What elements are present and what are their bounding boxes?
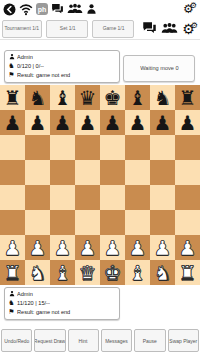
black-knight: ♞ xyxy=(150,85,175,110)
white-queen: ♛ xyxy=(75,260,100,285)
profile-icon[interactable] xyxy=(86,3,97,15)
black-knight-icon: ♞ xyxy=(8,63,15,70)
undo-redo-button[interactable]: Undo/Redo xyxy=(1,329,32,352)
black-pawn: ♟ xyxy=(150,110,175,135)
white-rook: ♜ xyxy=(0,260,25,285)
white-pawn: ♟ xyxy=(50,235,75,260)
black-pawn: ♟ xyxy=(50,110,75,135)
white-pawn: ♟ xyxy=(100,235,125,260)
square-e2[interactable]: ♟ xyxy=(100,235,125,260)
top-player-card: Admin ♞ 0/120 | 0/-- ⚑ Result: game not … xyxy=(4,50,120,83)
black-pawn: ♟ xyxy=(125,110,150,135)
square-d1[interactable]: ♛ xyxy=(75,260,100,285)
white-knight: ♞ xyxy=(25,260,50,285)
top-player-time-line: ♞ 0/120 | 0/-- xyxy=(8,62,116,71)
square-d5[interactable] xyxy=(75,160,100,185)
square-f2[interactable]: ♟ xyxy=(125,235,150,260)
flag-icon-2: ⚑ xyxy=(8,309,15,316)
white-pawn: ♟ xyxy=(75,235,100,260)
square-d4[interactable] xyxy=(75,185,100,210)
square-f3[interactable] xyxy=(125,210,150,235)
chess-board: ♜♞♝♛♚♝♞♜♟♟♟♟♟♟♟♟♟♟♟♟♟♟♟♟♜♞♝♛♚♝♞♜ xyxy=(0,85,200,285)
player-icon-2 xyxy=(8,290,15,299)
square-h2[interactable]: ♟ xyxy=(175,235,200,260)
players-group-icon[interactable] xyxy=(67,3,83,15)
white-king: ♚ xyxy=(100,260,125,285)
white-knight: ♞ xyxy=(150,260,175,285)
white-pawn: ♟ xyxy=(25,235,50,260)
square-b6[interactable] xyxy=(25,135,50,160)
square-a8[interactable]: ♜ xyxy=(0,85,25,110)
nav-bar: Tournament 1/1 Set 1/1 Game 1/1 ⚙⚙ xyxy=(0,18,200,40)
black-knight: ♞ xyxy=(25,85,50,110)
square-h6[interactable] xyxy=(175,135,200,160)
flag-icon: ⚑ xyxy=(8,72,15,79)
square-g2[interactable]: ♟ xyxy=(150,235,175,260)
swap-player-button[interactable]: Swap Player xyxy=(168,329,199,352)
square-e5[interactable] xyxy=(100,160,125,185)
square-c3[interactable] xyxy=(50,210,75,235)
square-b4[interactable] xyxy=(25,185,50,210)
black-pawn: ♟ xyxy=(175,110,200,135)
white-bishop: ♝ xyxy=(125,260,150,285)
square-h4[interactable] xyxy=(175,185,200,210)
black-pawn: ♟ xyxy=(75,110,100,135)
black-pawn: ♟ xyxy=(25,110,50,135)
bottom-player-time-line: ♞ 11/120 | 15/-- xyxy=(8,299,116,308)
square-g5[interactable] xyxy=(150,160,175,185)
square-h3[interactable] xyxy=(175,210,200,235)
white-pawn: ♟ xyxy=(125,235,150,260)
square-b1[interactable]: ♞ xyxy=(25,260,50,285)
action-bar: Undo/Redo Request Draw Hint Messages Pau… xyxy=(1,329,199,352)
square-h7[interactable]: ♟ xyxy=(175,110,200,135)
hint-button[interactable]: Hint xyxy=(68,329,99,352)
square-g6[interactable] xyxy=(150,135,175,160)
black-rook: ♜ xyxy=(175,85,200,110)
black-pawn: ♟ xyxy=(0,110,25,135)
bottom-player-name: Admin xyxy=(17,291,33,297)
player-icon xyxy=(8,53,15,62)
square-c1[interactable]: ♝ xyxy=(50,260,75,285)
settings-gear-icon-2[interactable]: ⚙⚙ xyxy=(182,23,198,35)
square-e7[interactable]: ♟ xyxy=(100,110,125,135)
settings-gears-icon[interactable]: ⚙⚙ xyxy=(183,3,197,15)
square-b3[interactable] xyxy=(25,210,50,235)
square-e1[interactable]: ♚ xyxy=(100,260,125,285)
waiting-move-button[interactable]: Waiting move 0 xyxy=(123,55,195,82)
square-e8[interactable]: ♚ xyxy=(100,85,125,110)
square-g7[interactable]: ♟ xyxy=(150,110,175,135)
black-knight-icon-2: ♞ xyxy=(8,300,15,307)
set-button[interactable]: Set 1/1 xyxy=(46,20,88,38)
square-b5[interactable] xyxy=(25,160,50,185)
black-pawn: ♟ xyxy=(100,110,125,135)
white-rook: ♜ xyxy=(175,260,200,285)
square-g8[interactable]: ♞ xyxy=(150,85,175,110)
top-player-result: Result: game not end xyxy=(17,72,70,78)
square-e3[interactable] xyxy=(100,210,125,235)
square-d8[interactable]: ♛ xyxy=(75,85,100,110)
square-c7[interactable]: ♟ xyxy=(50,110,75,135)
square-e4[interactable] xyxy=(100,185,125,210)
square-d2[interactable]: ♟ xyxy=(75,235,100,260)
square-a2[interactable]: ♟ xyxy=(0,235,25,260)
square-f4[interactable] xyxy=(125,185,150,210)
bottom-player-name-line: Admin xyxy=(8,290,116,299)
square-h5[interactable] xyxy=(175,160,200,185)
square-c4[interactable] xyxy=(50,185,75,210)
top-player-result-line: ⚑ Result: game not end xyxy=(8,71,116,80)
square-f8[interactable]: ♝ xyxy=(125,85,150,110)
white-pawn: ♟ xyxy=(150,235,175,260)
black-rook: ♜ xyxy=(0,85,25,110)
white-pawn: ♟ xyxy=(0,235,25,260)
top-toolbar: ph ⚙⚙ xyxy=(0,0,200,18)
wifi-icon[interactable] xyxy=(19,3,33,16)
square-a4[interactable] xyxy=(0,185,25,210)
app-logo-icon[interactable]: ph xyxy=(36,3,48,15)
square-h1[interactable]: ♜ xyxy=(175,260,200,285)
black-king: ♚ xyxy=(100,85,125,110)
chat-icon[interactable] xyxy=(51,3,64,16)
square-a5[interactable] xyxy=(0,160,25,185)
black-queen: ♛ xyxy=(75,85,100,110)
players-group-icon-2[interactable] xyxy=(161,22,178,35)
pause-button[interactable]: Pause xyxy=(134,329,165,352)
request-draw-button[interactable]: Request Draw xyxy=(34,329,65,352)
square-f7[interactable]: ♟ xyxy=(125,110,150,135)
square-b8[interactable]: ♞ xyxy=(25,85,50,110)
square-b2[interactable]: ♟ xyxy=(25,235,50,260)
tournament-button[interactable]: Tournament 1/1 xyxy=(2,20,42,38)
square-a1[interactable]: ♜ xyxy=(0,260,25,285)
white-pawn: ♟ xyxy=(175,235,200,260)
bottom-player-card: Admin ♞ 11/120 | 15/-- ⚑ Result: game no… xyxy=(4,287,120,320)
square-d6[interactable] xyxy=(75,135,100,160)
square-c8[interactable]: ♝ xyxy=(50,85,75,110)
square-g4[interactable] xyxy=(150,185,175,210)
square-d7[interactable]: ♟ xyxy=(75,110,100,135)
square-f5[interactable] xyxy=(125,160,150,185)
square-d3[interactable] xyxy=(75,210,100,235)
square-b7[interactable]: ♟ xyxy=(25,110,50,135)
square-a3[interactable] xyxy=(0,210,25,235)
bottom-player-result: Result: game not end xyxy=(17,309,70,315)
top-player-time: 0/120 | 0/-- xyxy=(17,63,44,69)
square-g1[interactable]: ♞ xyxy=(150,260,175,285)
top-player-name-line: Admin xyxy=(8,53,116,62)
back-icon[interactable] xyxy=(3,3,16,16)
game-button[interactable]: Game 1/1 xyxy=(92,20,134,38)
square-f6[interactable] xyxy=(125,135,150,160)
bottom-player-time: 11/120 | 15/-- xyxy=(17,300,50,306)
square-f1[interactable]: ♝ xyxy=(125,260,150,285)
square-e6[interactable] xyxy=(100,135,125,160)
bottom-player-result-line: ⚑ Result: game not end xyxy=(8,308,116,317)
messages-button[interactable]: Messages xyxy=(101,329,132,352)
square-c6[interactable] xyxy=(50,135,75,160)
square-a7[interactable]: ♟ xyxy=(0,110,25,135)
chat-icon-2[interactable] xyxy=(142,21,157,36)
black-bishop: ♝ xyxy=(125,85,150,110)
top-player-name: Admin xyxy=(17,54,33,60)
square-g3[interactable] xyxy=(150,210,175,235)
square-a6[interactable] xyxy=(0,135,25,160)
white-bishop: ♝ xyxy=(50,260,75,285)
square-c5[interactable] xyxy=(50,160,75,185)
square-c2[interactable]: ♟ xyxy=(50,235,75,260)
black-bishop: ♝ xyxy=(50,85,75,110)
square-h8[interactable]: ♜ xyxy=(175,85,200,110)
